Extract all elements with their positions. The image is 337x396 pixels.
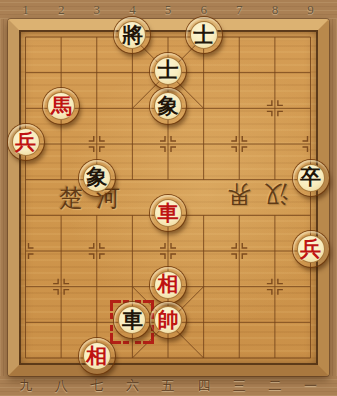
top-file-label: 5 <box>165 2 172 18</box>
piece-character: 相 <box>158 274 179 295</box>
piece-red-pawn[interactable]: 兵 <box>293 231 329 267</box>
piece-character: 車 <box>122 310 143 331</box>
bottom-file-label: 三 <box>233 377 246 395</box>
bottom-file-label: 七 <box>90 377 103 395</box>
top-file-label: 3 <box>94 2 101 18</box>
piece-red-pawn[interactable]: 兵 <box>8 124 44 160</box>
piece-character: 兵 <box>300 239 321 260</box>
piece-face: 兵 <box>297 235 325 263</box>
piece-face: 帥 <box>154 306 182 334</box>
piece-face: 車 <box>154 199 182 227</box>
table-wood-right <box>329 19 337 376</box>
bottom-file-label: 二 <box>268 377 281 395</box>
piece-face: 兵 <box>12 128 40 156</box>
piece-character: 士 <box>193 25 214 46</box>
bottom-file-label: 一 <box>304 377 317 395</box>
piece-face: 相 <box>154 271 182 299</box>
piece-character: 象 <box>158 96 179 117</box>
piece-character: 帥 <box>158 310 179 331</box>
top-file-label: 9 <box>307 2 314 18</box>
piece-character: 相 <box>86 346 107 367</box>
top-file-label: 8 <box>272 2 279 18</box>
top-file-label: 6 <box>200 2 207 18</box>
piece-face: 士 <box>190 21 218 49</box>
piece-face: 象 <box>83 164 111 192</box>
piece-character: 車 <box>158 203 179 224</box>
bottom-file-label: 八 <box>55 377 68 395</box>
piece-face: 象 <box>154 92 182 120</box>
piece-character: 將 <box>122 25 143 46</box>
piece-character: 兵 <box>15 132 36 153</box>
piece-character: 卒 <box>300 167 321 188</box>
piece-face: 卒 <box>297 164 325 192</box>
piece-black-advisor[interactable]: 士 <box>150 53 186 89</box>
piece-character: 馬 <box>51 96 72 117</box>
piece-face: 車 <box>118 306 146 334</box>
piece-character: 士 <box>158 60 179 81</box>
top-file-label: 7 <box>236 2 243 18</box>
piece-red-elephant[interactable]: 相 <box>150 267 186 303</box>
top-file-label: 2 <box>58 2 65 18</box>
piece-red-elephant[interactable]: 相 <box>79 338 115 374</box>
piece-face: 相 <box>83 342 111 370</box>
river-label-right: 汉界 <box>214 178 288 210</box>
bottom-file-label: 五 <box>162 377 175 395</box>
piece-face: 士 <box>154 57 182 85</box>
top-file-label: 4 <box>129 2 136 18</box>
piece-face: 將 <box>118 21 146 49</box>
bottom-file-label: 四 <box>197 377 210 395</box>
piece-face: 馬 <box>47 92 75 120</box>
piece-black-pawn[interactable]: 卒 <box>293 160 329 196</box>
top-file-label: 1 <box>22 2 29 18</box>
piece-character: 象 <box>86 167 107 188</box>
bottom-file-label: 九 <box>19 377 32 395</box>
piece-black-elephant[interactable]: 象 <box>79 160 115 196</box>
table-wood-left <box>0 19 8 376</box>
bottom-file-label: 六 <box>126 377 139 395</box>
xiangqi-game-screen: 123456789 楚河 汉界 將士士馬象兵象卒車兵相車帥相 九八七六五四三二一 <box>0 0 337 396</box>
piece-black-advisor[interactable]: 士 <box>186 17 222 53</box>
